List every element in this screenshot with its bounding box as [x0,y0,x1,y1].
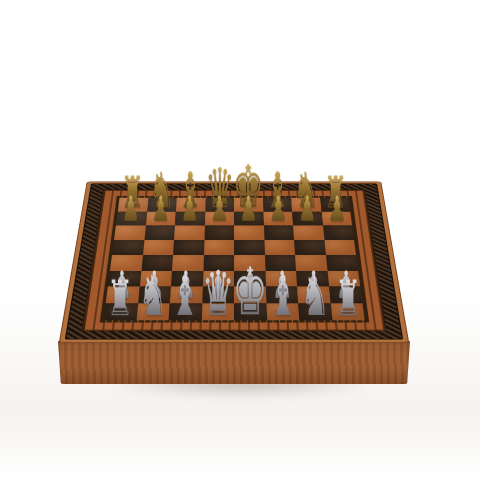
square-d7[interactable]: ♟ [204,211,234,225]
square-a6[interactable] [114,225,145,240]
piece-gold-pawn[interactable]: ♟ [122,192,141,227]
piece-silver-bishop[interactable]: ♝ [170,268,200,323]
square-e1[interactable]: ♚ [234,303,267,320]
square-c7[interactable]: ♟ [175,211,205,225]
carved-rim: ♜♞♝♛♚♝♞♜♟♟♟♟♟♟♟♟♟♟♟♟♟♟♟♟♜♞♝♛♚♝♞♜ [65,183,403,339]
square-g6[interactable] [293,225,324,240]
square-b7[interactable]: ♟ [145,211,175,225]
square-c6[interactable] [174,225,204,240]
square-d6[interactable] [204,225,234,240]
piece-gold-pawn[interactable]: ♟ [298,192,317,227]
square-f5[interactable] [264,240,295,255]
square-d1[interactable]: ♛ [201,303,234,320]
square-b5[interactable] [143,240,174,255]
square-f1[interactable]: ♝ [266,303,299,320]
square-g5[interactable] [294,240,325,255]
piece-gold-pawn[interactable]: ♟ [269,192,288,227]
square-g1[interactable]: ♞ [298,303,332,320]
piece-silver-rook[interactable]: ♜ [107,274,133,323]
square-h5[interactable] [324,240,356,255]
piece-gold-pawn[interactable]: ♟ [210,192,229,227]
piece-gold-pawn[interactable]: ♟ [328,192,347,227]
piece-silver-king[interactable]: ♚ [232,259,268,325]
inner-frame: ♜♞♝♛♚♝♞♜♟♟♟♟♟♟♟♟♟♟♟♟♟♟♟♟♜♞♝♛♚♝♞♜ [99,196,369,323]
square-h1[interactable]: ♜ [330,303,364,320]
piece-gold-pawn[interactable]: ♟ [239,192,258,227]
square-f6[interactable] [264,225,294,240]
piece-silver-bishop[interactable]: ♝ [268,268,298,323]
square-h6[interactable] [323,225,354,240]
piece-gold-pawn[interactable]: ♟ [151,192,170,227]
square-h7[interactable]: ♟ [321,211,352,225]
piece-silver-queen[interactable]: ♛ [201,263,234,325]
square-b1[interactable]: ♞ [136,303,170,320]
square-d5[interactable] [204,240,235,255]
chess-board: ♜♞♝♛♚♝♞♜♟♟♟♟♟♟♟♟♟♟♟♟♟♟♟♟♜♞♝♛♚♝♞♜ [103,198,364,321]
piece-silver-rook[interactable]: ♜ [335,274,361,323]
square-f7[interactable]: ♟ [263,211,293,225]
square-c1[interactable]: ♝ [169,303,202,320]
square-a1[interactable]: ♜ [103,303,137,320]
square-e7[interactable]: ♟ [234,211,264,225]
square-a5[interactable] [112,240,144,255]
square-e6[interactable] [234,225,264,240]
square-a7[interactable]: ♟ [116,211,147,225]
square-b6[interactable] [144,225,175,240]
square-c5[interactable] [173,240,204,255]
leather-box-side [58,341,410,384]
piece-silver-knight[interactable]: ♞ [300,268,330,323]
square-g7[interactable]: ♟ [292,211,322,225]
piece-gold-pawn[interactable]: ♟ [181,192,200,227]
chess-set-photo: ♜♞♝♛♚♝♞♜♟♟♟♟♟♟♟♟♟♟♟♟♟♟♟♟♜♞♝♛♚♝♞♜ [0,0,480,480]
piece-silver-knight[interactable]: ♞ [138,268,168,323]
board-top: ♜♞♝♛♚♝♞♜♟♟♟♟♟♟♟♟♟♟♟♟♟♟♟♟♜♞♝♛♚♝♞♜ [59,181,409,342]
greek-key-border: ♜♞♝♛♚♝♞♜♟♟♟♟♟♟♟♟♟♟♟♟♟♟♟♟♜♞♝♛♚♝♞♜ [83,190,386,331]
